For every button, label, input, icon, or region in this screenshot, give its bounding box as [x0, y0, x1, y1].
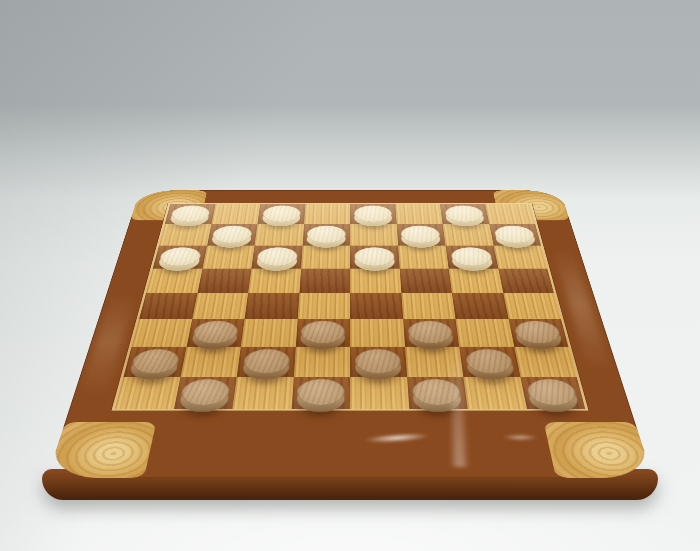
square-d7[interactable] [302, 224, 350, 245]
square-d8 [304, 204, 350, 224]
square-g7 [443, 224, 494, 245]
square-e2[interactable] [350, 347, 407, 377]
square-g6[interactable] [446, 246, 498, 269]
piece-tan-d3[interactable] [301, 321, 346, 344]
square-c3 [241, 319, 297, 347]
piece-tan-b3[interactable] [192, 321, 240, 344]
square-g3 [455, 319, 513, 347]
square-a7 [159, 224, 211, 245]
piece-tan-h3[interactable] [513, 321, 562, 344]
square-b5[interactable] [197, 268, 251, 292]
square-b8 [211, 204, 260, 224]
piece-tan-a2[interactable] [129, 349, 180, 374]
square-a4[interactable] [139, 293, 197, 319]
square-e1 [350, 377, 409, 409]
piece-tan-e2[interactable] [355, 349, 401, 374]
square-f7[interactable] [396, 224, 445, 245]
square-e7 [350, 224, 398, 245]
square-h4 [503, 293, 561, 319]
piece-cream-a8[interactable] [170, 205, 211, 222]
square-f8 [395, 204, 443, 224]
square-e6[interactable] [350, 246, 399, 269]
square-f4 [401, 293, 455, 319]
piece-cream-e8[interactable] [354, 205, 392, 222]
square-b1[interactable] [174, 377, 237, 409]
square-b2 [180, 347, 241, 377]
square-h3[interactable] [508, 319, 568, 347]
piece-cream-d7[interactable] [307, 226, 346, 244]
square-f6 [398, 246, 449, 269]
square-d5[interactable] [299, 268, 350, 292]
board-grid [111, 203, 588, 411]
square-d3[interactable] [295, 319, 350, 347]
square-b6 [202, 246, 254, 269]
square-d6 [301, 246, 350, 269]
square-c5 [248, 268, 301, 292]
square-h7[interactable] [489, 224, 541, 245]
square-c2[interactable] [237, 347, 296, 377]
square-a3 [132, 319, 192, 347]
square-f2 [405, 347, 464, 377]
piece-tan-f3[interactable] [408, 321, 454, 344]
square-b3[interactable] [186, 319, 244, 347]
square-b7[interactable] [207, 224, 258, 245]
piece-tan-g2[interactable] [464, 349, 514, 374]
piece-cream-c6[interactable] [256, 247, 298, 266]
square-g1 [463, 377, 526, 409]
square-e5 [350, 268, 401, 292]
square-g8[interactable] [440, 204, 489, 224]
piece-tan-b1[interactable] [180, 379, 232, 405]
square-a8[interactable] [165, 204, 215, 224]
square-a5 [146, 268, 202, 292]
square-h6 [493, 246, 547, 269]
square-h5[interactable] [498, 268, 554, 292]
piece-cream-g8[interactable] [444, 205, 484, 222]
board-perspective-wrap [47, 0, 653, 478]
square-c7 [254, 224, 303, 245]
square-f3[interactable] [403, 319, 459, 347]
square-h2 [514, 347, 577, 377]
square-g2[interactable] [459, 347, 520, 377]
square-d1[interactable] [291, 377, 350, 409]
piece-cream-e6[interactable] [354, 247, 394, 266]
piece-cream-g6[interactable] [450, 247, 493, 266]
square-e4[interactable] [350, 293, 403, 319]
square-a6[interactable] [153, 246, 207, 269]
square-e8[interactable] [350, 204, 396, 224]
gloss-reflection-scratch [352, 429, 442, 447]
square-c8[interactable] [257, 204, 305, 224]
square-a1 [115, 377, 180, 409]
checkers-board [47, 190, 653, 478]
piece-tan-c2[interactable] [242, 349, 290, 374]
piece-cream-h7[interactable] [493, 226, 536, 244]
piece-tan-h1[interactable] [526, 379, 580, 405]
square-e3 [350, 319, 405, 347]
square-a2[interactable] [123, 347, 186, 377]
square-h8 [485, 204, 535, 224]
piece-cream-a6[interactable] [158, 247, 202, 266]
piece-cream-f7[interactable] [401, 226, 441, 244]
square-d2 [293, 347, 350, 377]
piece-cream-b7[interactable] [212, 226, 253, 244]
square-c4[interactable] [245, 293, 299, 319]
piece-cream-c8[interactable] [262, 205, 301, 222]
gloss-reflection-spot [495, 432, 547, 442]
piece-tan-f1[interactable] [412, 379, 462, 405]
square-f5[interactable] [399, 268, 452, 292]
square-c1 [232, 377, 293, 409]
square-b4 [192, 293, 248, 319]
square-g4[interactable] [452, 293, 508, 319]
photo-backdrop [0, 0, 700, 551]
square-d4 [297, 293, 350, 319]
square-h1[interactable] [520, 377, 585, 409]
piece-tan-d1[interactable] [297, 379, 345, 405]
square-g5 [449, 268, 503, 292]
square-c6[interactable] [251, 246, 302, 269]
square-f1[interactable] [407, 377, 468, 409]
